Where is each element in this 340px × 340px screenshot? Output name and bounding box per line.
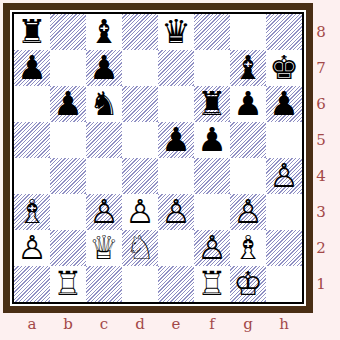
square-b6[interactable]: ♟ — [50, 86, 86, 122]
piece-white-pawn: ♙ — [125, 194, 155, 230]
square-f3[interactable] — [194, 194, 230, 230]
square-h6[interactable]: ♟ — [266, 86, 302, 122]
file-label-g: g — [230, 312, 266, 336]
board-inner-border: ♜♝♛♟♟♝♚♟♞♜♟♟♟♟♙♗♙♙♙♙♙♕♘♙♗♖♖♔ — [12, 12, 304, 304]
rank-label-1: 1 — [308, 266, 334, 302]
square-g2[interactable]: ♗ — [230, 230, 266, 266]
square-e8[interactable]: ♛ — [158, 14, 194, 50]
file-label-a: a — [14, 312, 50, 336]
piece-white-pawn: ♙ — [233, 194, 263, 230]
square-h8[interactable] — [266, 14, 302, 50]
square-a2[interactable]: ♙ — [14, 230, 50, 266]
square-d8[interactable] — [122, 14, 158, 50]
rank-label-6: 6 — [308, 86, 334, 122]
piece-black-rook: ♜ — [197, 86, 227, 122]
square-f1[interactable]: ♖ — [194, 266, 230, 302]
file-label-d: d — [122, 312, 158, 336]
rank-label-5: 5 — [308, 122, 334, 158]
square-b3[interactable] — [50, 194, 86, 230]
rank-label-3: 3 — [308, 194, 334, 230]
square-c6[interactable]: ♞ — [86, 86, 122, 122]
file-label-e: e — [158, 312, 194, 336]
file-label-c: c — [86, 312, 122, 336]
piece-white-pawn: ♙ — [197, 230, 227, 266]
square-d2[interactable]: ♘ — [122, 230, 158, 266]
piece-black-pawn: ♟ — [269, 86, 299, 122]
square-b7[interactable] — [50, 50, 86, 86]
square-e6[interactable] — [158, 86, 194, 122]
square-d4[interactable] — [122, 158, 158, 194]
square-f2[interactable]: ♙ — [194, 230, 230, 266]
square-g6[interactable]: ♟ — [230, 86, 266, 122]
file-label-b: b — [50, 312, 86, 336]
rank-label-2: 2 — [308, 230, 334, 266]
square-h5[interactable] — [266, 122, 302, 158]
square-c1[interactable] — [86, 266, 122, 302]
piece-black-bishop: ♝ — [233, 50, 263, 86]
square-f8[interactable] — [194, 14, 230, 50]
piece-white-pawn: ♙ — [89, 194, 119, 230]
square-f6[interactable]: ♜ — [194, 86, 230, 122]
chess-board: ♜♝♛♟♟♝♚♟♞♜♟♟♟♟♙♗♙♙♙♙♙♕♘♙♗♖♖♔ — [14, 14, 302, 302]
piece-black-pawn: ♟ — [17, 50, 47, 86]
square-d1[interactable] — [122, 266, 158, 302]
piece-black-pawn: ♟ — [233, 86, 263, 122]
piece-white-knight: ♘ — [125, 230, 155, 266]
square-e7[interactable] — [158, 50, 194, 86]
piece-black-bishop: ♝ — [89, 14, 119, 50]
file-labels: abcdefgh — [14, 312, 302, 336]
square-f5[interactable]: ♟ — [194, 122, 230, 158]
square-c8[interactable]: ♝ — [86, 14, 122, 50]
rank-label-7: 7 — [308, 50, 334, 86]
square-f7[interactable] — [194, 50, 230, 86]
square-g3[interactable]: ♙ — [230, 194, 266, 230]
square-e2[interactable] — [158, 230, 194, 266]
square-a5[interactable] — [14, 122, 50, 158]
square-b2[interactable] — [50, 230, 86, 266]
piece-white-pawn: ♙ — [17, 230, 47, 266]
square-a7[interactable]: ♟ — [14, 50, 50, 86]
file-label-h: h — [266, 312, 302, 336]
square-e5[interactable]: ♟ — [158, 122, 194, 158]
piece-white-bishop: ♗ — [233, 230, 263, 266]
square-a4[interactable] — [14, 158, 50, 194]
rank-label-4: 4 — [308, 158, 334, 194]
square-d5[interactable] — [122, 122, 158, 158]
square-c7[interactable]: ♟ — [86, 50, 122, 86]
rank-label-8: 8 — [308, 14, 334, 50]
square-a6[interactable] — [14, 86, 50, 122]
square-h2[interactable] — [266, 230, 302, 266]
piece-black-queen: ♛ — [161, 14, 191, 50]
square-g8[interactable] — [230, 14, 266, 50]
square-c4[interactable] — [86, 158, 122, 194]
piece-white-rook: ♖ — [197, 266, 227, 302]
piece-black-rook: ♜ — [17, 14, 47, 50]
piece-white-rook: ♖ — [53, 266, 83, 302]
rank-labels: 87654321 — [308, 14, 334, 302]
board-frame: ♜♝♛♟♟♝♚♟♞♜♟♟♟♟♙♗♙♙♙♙♙♕♘♙♗♖♖♔ — [3, 3, 313, 313]
square-e3[interactable]: ♙ — [158, 194, 194, 230]
piece-white-pawn: ♙ — [269, 158, 299, 194]
piece-black-king: ♚ — [269, 50, 299, 86]
square-b4[interactable] — [50, 158, 86, 194]
square-c3[interactable]: ♙ — [86, 194, 122, 230]
square-e4[interactable] — [158, 158, 194, 194]
piece-black-pawn: ♟ — [53, 86, 83, 122]
piece-white-queen: ♕ — [89, 230, 119, 266]
square-h4[interactable]: ♙ — [266, 158, 302, 194]
piece-black-pawn: ♟ — [161, 122, 191, 158]
square-b1[interactable]: ♖ — [50, 266, 86, 302]
square-g5[interactable] — [230, 122, 266, 158]
square-d3[interactable]: ♙ — [122, 194, 158, 230]
file-label-f: f — [194, 312, 230, 336]
piece-white-king: ♔ — [233, 266, 263, 302]
square-b5[interactable] — [50, 122, 86, 158]
square-h7[interactable]: ♚ — [266, 50, 302, 86]
piece-black-pawn: ♟ — [197, 122, 227, 158]
square-g7[interactable]: ♝ — [230, 50, 266, 86]
square-e1[interactable] — [158, 266, 194, 302]
piece-white-pawn: ♙ — [161, 194, 191, 230]
square-h3[interactable] — [266, 194, 302, 230]
piece-black-pawn: ♟ — [89, 50, 119, 86]
square-b8[interactable] — [50, 14, 86, 50]
square-c5[interactable] — [86, 122, 122, 158]
square-g4[interactable] — [230, 158, 266, 194]
piece-black-knight: ♞ — [89, 86, 119, 122]
square-a8[interactable]: ♜ — [14, 14, 50, 50]
square-f4[interactable] — [194, 158, 230, 194]
square-h1[interactable] — [266, 266, 302, 302]
square-d7[interactable] — [122, 50, 158, 86]
square-c2[interactable]: ♕ — [86, 230, 122, 266]
square-g1[interactable]: ♔ — [230, 266, 266, 302]
square-a1[interactable] — [14, 266, 50, 302]
square-a3[interactable]: ♗ — [14, 194, 50, 230]
piece-white-bishop: ♗ — [17, 194, 47, 230]
square-d6[interactable] — [122, 86, 158, 122]
